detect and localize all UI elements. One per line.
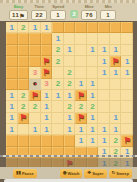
time-counter: Time 22: [31, 4, 47, 20]
cell-r2-c3[interactable]: [29, 33, 41, 44]
cell-r7-c9[interactable]: [98, 90, 110, 101]
cell-r6-c1[interactable]: [6, 79, 18, 90]
cell-r1-c4[interactable]: 1: [41, 22, 53, 33]
speed-counter: Speed 1: [50, 4, 66, 20]
cell-r4-c6[interactable]: [64, 56, 76, 67]
cell-r6-c5[interactable]: 2: [52, 79, 64, 90]
min-value: 1: [100, 10, 116, 20]
difficulty-label: Easy: [14, 4, 23, 9]
cell-r10-c9[interactable]: 1: [98, 124, 110, 135]
cell-r9-c1[interactable]: 1: [6, 113, 18, 124]
cell-r8-c6[interactable]: 2: [64, 101, 76, 112]
cell-r11-c3[interactable]: [29, 135, 41, 146]
super-button[interactable]: ✚ Super: [84, 169, 106, 178]
cell-r4-c1[interactable]: [6, 56, 18, 67]
cell-r11-c5[interactable]: [52, 135, 64, 146]
cell-r5-c6[interactable]: 2: [64, 67, 76, 78]
cell-r5-c4[interactable]: ⚑: [41, 67, 53, 78]
cell-r5-c10[interactable]: 1: [110, 67, 122, 78]
cell-r3-c7[interactable]: [75, 45, 87, 56]
cell-r11-c9[interactable]: 1: [98, 135, 110, 146]
action-buttons: ◉ Watch ✚ Super ↻ Sweep: [60, 169, 132, 178]
cell-r7-c5[interactable]: 1: [52, 90, 64, 101]
cell-r5-c5[interactable]: [52, 67, 64, 78]
pause-icon: ▮▮: [16, 171, 21, 175]
cell-r5-c3[interactable]: 3: [29, 67, 41, 78]
cell-r10-c1[interactable]: 1: [6, 124, 18, 135]
cell-r9-c4[interactable]: 1: [41, 113, 53, 124]
cell-r4-c10[interactable]: ⚑: [110, 56, 122, 67]
cell-r11-c4[interactable]: [41, 135, 53, 146]
cell-r10-c3[interactable]: 1: [29, 124, 41, 135]
cell-r1-c2[interactable]: 2: [18, 22, 30, 33]
time-value: 22: [31, 10, 47, 20]
cell-r9-c6[interactable]: 1: [64, 113, 76, 124]
cell-r11-c11[interactable]: ⚑: [121, 135, 133, 146]
cell-r10-c10[interactable]: 1: [110, 124, 122, 135]
cell-r3-c9[interactable]: 1: [98, 45, 110, 56]
cell-r11-c6[interactable]: [64, 135, 76, 146]
cell-r1-c6[interactable]: [64, 22, 76, 33]
cell-r7-c6[interactable]: 1: [64, 90, 76, 101]
cell-r10-c7[interactable]: 1: [75, 124, 87, 135]
cell-r10-c8[interactable]: 1: [87, 124, 99, 135]
cell-r4-c7[interactable]: [75, 56, 87, 67]
sweep-icon: ↻: [112, 171, 116, 175]
mine-value: 76: [81, 10, 97, 20]
cell-r8-c10[interactable]: [110, 101, 122, 112]
cell-r7-c11[interactable]: [121, 90, 133, 101]
mine-glint: [35, 83, 37, 85]
cell-r6-c4[interactable]: 3: [41, 79, 53, 90]
cell-r4-c5[interactable]: 2: [52, 56, 64, 67]
pause-button[interactable]: ▮▮ Pause: [13, 169, 37, 178]
cell-r2-c10[interactable]: [110, 33, 122, 44]
cell-r8-c8[interactable]: 2: [87, 101, 99, 112]
flags-counter: Easy 11⚑: [9, 4, 28, 20]
mine-counter: Mine 76: [81, 4, 97, 20]
bottom-handle-bar: [4, 179, 133, 182]
mine-label: Mine: [85, 4, 94, 9]
cell-r4-c9[interactable]: 1: [98, 56, 110, 67]
cell-r8-c1[interactable]: 1: [6, 101, 18, 112]
watch-button[interactable]: ◉ Watch: [60, 169, 83, 178]
cell-r10-c2[interactable]: [18, 124, 30, 135]
cell-r8-c3[interactable]: 2: [29, 101, 41, 112]
cell-r7-c10[interactable]: [110, 90, 122, 101]
cell-r4-c4[interactable]: ⚑: [41, 56, 53, 67]
cell-r9-c8[interactable]: 1: [87, 113, 99, 124]
flag-icon: ⚑: [19, 12, 25, 19]
counters-row: Easy 11⚑ Time 22 Speed 1 2 Mine 76 Min 1: [0, 3, 137, 21]
watch-icon: ◉: [63, 171, 67, 175]
minefield-grid: 1211121111⚑21⚑13⚑2111●3221112⚑111⚑112212…: [6, 22, 133, 158]
cell-r6-c7[interactable]: 1: [75, 79, 87, 90]
cell-r3-c8[interactable]: 1: [87, 45, 99, 56]
cell-r5-c9[interactable]: 1: [98, 67, 110, 78]
cell-r7-c4[interactable]: 1: [41, 90, 53, 101]
cell-r9-c3[interactable]: [29, 113, 41, 124]
cell-r4-c2[interactable]: [18, 56, 30, 67]
cell-r2-c7[interactable]: [75, 33, 87, 44]
cell-r2-c1[interactable]: [6, 33, 18, 44]
cell-r10-c5[interactable]: [52, 124, 64, 135]
cell-r9-c11[interactable]: [121, 113, 133, 124]
cell-r8-c4[interactable]: 1: [41, 101, 53, 112]
cell-r1-c5[interactable]: [52, 22, 64, 33]
cell-r6-c6[interactable]: 2: [64, 79, 76, 90]
cell-r8-c7[interactable]: 2: [75, 101, 87, 112]
cell-r3-c5[interactable]: 2: [52, 45, 64, 56]
cell-r9-c7[interactable]: ⚑: [75, 113, 87, 124]
cell-r4-c3[interactable]: [29, 56, 41, 67]
cell-r7-c7[interactable]: ⚑: [75, 90, 87, 101]
level-badge: 2: [70, 10, 78, 18]
cell-r2-c11[interactable]: [121, 33, 133, 44]
cell-r2-c4[interactable]: [41, 33, 53, 44]
cell-r5-c8[interactable]: [87, 67, 99, 78]
cell-r3-c11[interactable]: [121, 45, 133, 56]
cell-r6-c10[interactable]: [110, 79, 122, 90]
cell-r3-c3[interactable]: [29, 45, 41, 56]
cell-r7-c3[interactable]: ⚑: [29, 90, 41, 101]
cell-r10-c11[interactable]: [121, 124, 133, 135]
cell-r8-c9[interactable]: [98, 101, 110, 112]
cell-r8-c11[interactable]: [121, 101, 133, 112]
cell-r1-c11[interactable]: [121, 22, 133, 33]
flags-value: 11⚑: [9, 10, 28, 20]
cell-r3-c6[interactable]: 1: [64, 45, 76, 56]
cell-r3-c10[interactable]: 1: [110, 45, 122, 56]
cell-r1-c7[interactable]: [75, 22, 87, 33]
cell-r1-c3[interactable]: 1: [29, 22, 41, 33]
cell-r9-c2[interactable]: ⚑: [18, 113, 30, 124]
cell-r7-c8[interactable]: 1: [87, 90, 99, 101]
cell-r8-c5[interactable]: [52, 101, 64, 112]
cell-r2-c5[interactable]: 1: [52, 33, 64, 44]
cell-r9-c5[interactable]: [52, 113, 64, 124]
explored-edge-dashed-line: [0, 155, 137, 157]
cell-r10-c6[interactable]: 1: [64, 124, 76, 135]
super-icon: ✚: [87, 171, 91, 175]
cell-r3-c4[interactable]: [41, 45, 53, 56]
cell-r5-c2[interactable]: [18, 67, 30, 78]
cell-r4-c11[interactable]: 1: [121, 56, 133, 67]
cell-r2-c9[interactable]: [98, 33, 110, 44]
sweep-button[interactable]: ↻ Sweep: [109, 169, 132, 178]
stats-header: Easy 11⚑ Time 22 Speed 1 2 Mine 76 Min 1: [0, 0, 137, 21]
cell-r2-c8[interactable]: [87, 33, 99, 44]
cell-r6-c9[interactable]: [98, 79, 110, 90]
cell-r5-c11[interactable]: 1: [121, 67, 133, 78]
cell-r2-c6[interactable]: [64, 33, 76, 44]
cell-r10-c4[interactable]: 1: [41, 124, 53, 135]
cell-r9-c10[interactable]: 1: [110, 113, 122, 124]
cell-r5-c7[interactable]: [75, 67, 87, 78]
minesweeper-app: Easy 11⚑ Time 22 Speed 1 2 Mine 76 Min 1: [0, 0, 137, 182]
cell-r7-c1[interactable]: 1: [6, 90, 18, 101]
cell-r1-c8[interactable]: [87, 22, 99, 33]
cell-r6-c8[interactable]: 1: [87, 79, 99, 90]
cell-r6-c2[interactable]: [18, 79, 30, 90]
cell-r6-c3[interactable]: ●: [29, 79, 41, 90]
cell-r2-c2[interactable]: [18, 33, 30, 44]
cell-r7-c2[interactable]: 2: [18, 90, 30, 101]
cell-r11-c8[interactable]: 1: [87, 135, 99, 146]
min-counter: Min 1: [100, 4, 116, 20]
cell-r3-c2[interactable]: [18, 45, 30, 56]
cell-r1-c9[interactable]: [98, 22, 110, 33]
cell-r9-c9[interactable]: [98, 113, 110, 124]
time-label: Time: [35, 4, 44, 9]
bottom-toolbar: ▮▮ Pause ◉ Watch ✚ Super ↻ Sweep: [0, 167, 137, 179]
cell-r8-c2[interactable]: 2: [18, 101, 30, 112]
cell-r11-c7[interactable]: 1: [75, 135, 87, 146]
cell-r11-c10[interactable]: 2: [110, 135, 122, 146]
cell-r6-c11[interactable]: [121, 79, 133, 90]
cell-r5-c1[interactable]: [6, 67, 18, 78]
cell-r11-c2[interactable]: [18, 135, 30, 146]
cell-r1-c1[interactable]: 1: [6, 22, 18, 33]
cell-r3-c1[interactable]: [6, 45, 18, 56]
speed-label: Speed: [52, 4, 64, 9]
cell-r1-c10[interactable]: [110, 22, 122, 33]
speed-value: 1: [50, 10, 66, 20]
min-label: Min: [105, 4, 112, 9]
cell-r4-c8[interactable]: [87, 56, 99, 67]
cell-r11-c1[interactable]: [6, 135, 18, 146]
